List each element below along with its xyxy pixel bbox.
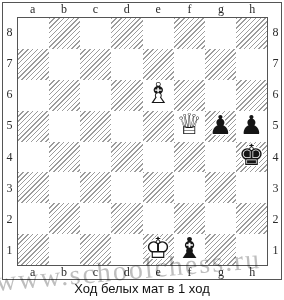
piece-black-king-h4: ♚♚ [236, 142, 267, 173]
square-h4: ♚♚ [236, 142, 267, 173]
square-b2 [49, 203, 80, 234]
file-label-g: g [205, 3, 236, 16]
square-e3 [143, 172, 174, 203]
square-h2 [236, 203, 267, 234]
square-g2 [205, 203, 236, 234]
square-b4 [49, 142, 80, 173]
square-g4 [205, 142, 236, 173]
square-d4 [111, 142, 142, 173]
square-a4 [18, 142, 49, 173]
square-e7 [143, 49, 174, 80]
square-f3 [174, 172, 205, 203]
square-e4 [143, 142, 174, 173]
square-e6: ♝♗ [143, 80, 174, 111]
rank-label-5: 5 [3, 110, 16, 141]
file-label-h: h [237, 3, 268, 16]
rank-label-7: 7 [269, 48, 282, 79]
square-d5 [111, 111, 142, 142]
rank-label-3: 3 [269, 173, 282, 204]
piece-black-pawn-h5: ♟♟ [236, 111, 267, 142]
piece-white-bishop-e6: ♝♗ [143, 80, 174, 111]
rank-label-8: 8 [269, 17, 282, 48]
white-queen-glyph: ♕ [176, 110, 202, 139]
square-d2 [111, 203, 142, 234]
square-b6 [49, 80, 80, 111]
square-h8 [236, 18, 267, 49]
rank-label-6: 6 [3, 79, 16, 110]
square-c3 [80, 172, 111, 203]
file-label-a: a [17, 3, 48, 16]
square-f6 [174, 80, 205, 111]
rank-label-8: 8 [3, 17, 16, 48]
puzzle-caption: Ход белых мат в 1 ход [0, 281, 284, 296]
rank-label-2: 2 [269, 204, 282, 235]
square-e2 [143, 203, 174, 234]
rank-labels-right: 87654321 [269, 17, 282, 266]
rank-label-3: 3 [3, 173, 16, 204]
file-label-b: b [48, 3, 79, 16]
square-d7 [111, 49, 142, 80]
square-h5: ♟♟ [236, 111, 267, 142]
rank-label-4: 4 [269, 142, 282, 173]
square-h3 [236, 172, 267, 203]
square-c5 [80, 111, 111, 142]
square-f5: ♛♕ [174, 111, 205, 142]
square-a5 [18, 111, 49, 142]
chess-diagram: abcdefgh abcdefgh 87654321 87654321 ♝♗♛♕… [2, 2, 282, 280]
square-e8 [143, 18, 174, 49]
square-c6 [80, 80, 111, 111]
square-d6 [111, 80, 142, 111]
square-c2 [80, 203, 111, 234]
square-b5 [49, 111, 80, 142]
square-a2 [18, 203, 49, 234]
black-king-glyph: ♚ [238, 141, 264, 170]
rank-label-1: 1 [3, 235, 16, 266]
square-a3 [18, 172, 49, 203]
piece-white-queen-f5: ♛♕ [174, 111, 205, 142]
file-label-d: d [111, 3, 142, 16]
rank-label-7: 7 [3, 48, 16, 79]
square-a7 [18, 49, 49, 80]
square-b8 [49, 18, 80, 49]
square-g6 [205, 80, 236, 111]
file-labels-top: abcdefgh [17, 3, 268, 16]
square-c4 [80, 142, 111, 173]
square-f8 [174, 18, 205, 49]
chess-puzzle-page: abcdefgh abcdefgh 87654321 87654321 ♝♗♛♕… [0, 0, 284, 300]
square-g8 [205, 18, 236, 49]
rank-label-4: 4 [3, 142, 16, 173]
square-a8 [18, 18, 49, 49]
black-pawn-glyph: ♟ [209, 112, 232, 138]
square-a1 [18, 234, 49, 265]
square-d3 [111, 172, 142, 203]
square-h6 [236, 80, 267, 111]
square-b3 [49, 172, 80, 203]
board: ♝♗♛♕♟♟♟♟♚♚♚♔♝♝ [17, 17, 268, 266]
square-h7 [236, 49, 267, 80]
file-label-e: e [143, 3, 174, 16]
square-g3 [205, 172, 236, 203]
square-f2 [174, 203, 205, 234]
rank-label-2: 2 [3, 204, 16, 235]
square-b7 [49, 49, 80, 80]
square-c7 [80, 49, 111, 80]
square-a6 [18, 80, 49, 111]
square-f4 [174, 142, 205, 173]
square-g7 [205, 49, 236, 80]
piece-black-pawn-g5: ♟♟ [205, 111, 236, 142]
rank-labels-left: 87654321 [3, 17, 16, 266]
rank-label-6: 6 [269, 79, 282, 110]
square-c8 [80, 18, 111, 49]
file-label-f: f [174, 3, 205, 16]
square-g5: ♟♟ [205, 111, 236, 142]
square-d8 [111, 18, 142, 49]
white-bishop-glyph: ♗ [145, 80, 171, 109]
file-label-c: c [80, 3, 111, 16]
square-f7 [174, 49, 205, 80]
rank-label-5: 5 [269, 110, 282, 141]
black-pawn-glyph: ♟ [240, 112, 263, 138]
square-e5 [143, 111, 174, 142]
